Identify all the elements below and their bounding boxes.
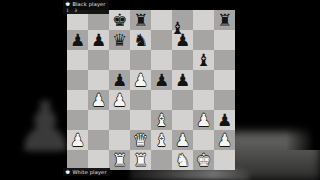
- top-player-name: Black player: [72, 1, 105, 7]
- square-b4: ♟: [88, 90, 109, 110]
- bottom-player-piece-icon: ♚: [65, 169, 70, 175]
- square-b7: ♟: [88, 30, 109, 50]
- square-e4: [151, 90, 172, 110]
- square-g5: [193, 70, 214, 90]
- square-f2: ♟: [172, 130, 193, 150]
- video-thumbnail: ♟ ♚♜♜♟♟♛♞♟♝♟♟♟♟♟♟♝♟♟♟♛♝♟♟♜♜♞♚♝ ♚ Black p…: [0, 0, 320, 180]
- white-bishop: ♝: [151, 130, 172, 150]
- square-f3: [172, 110, 193, 130]
- square-h1: [214, 150, 235, 170]
- black-queen: ♛: [109, 30, 130, 50]
- square-b6: [88, 50, 109, 70]
- square-b5: [88, 70, 109, 90]
- square-c1: ♜: [109, 150, 130, 170]
- black-pawn: ♟: [109, 70, 130, 90]
- top-player-badges: 1 3: [65, 8, 106, 13]
- square-h8: ♜: [214, 10, 235, 30]
- square-c7: ♛: [109, 30, 130, 50]
- bottom-player-plate: ♚ White player: [63, 168, 110, 176]
- white-pawn: ♟: [193, 110, 214, 130]
- square-g7: [193, 30, 214, 50]
- square-h3: ♟: [214, 110, 235, 130]
- top-player-piece-icon: ♚: [65, 1, 70, 7]
- square-e1: [151, 150, 172, 170]
- background-right-shadow: [286, 0, 320, 150]
- square-a1: [67, 150, 88, 170]
- square-h4: [214, 90, 235, 110]
- square-h7: [214, 30, 235, 50]
- square-a3: [67, 110, 88, 130]
- square-c3: [109, 110, 130, 130]
- white-rook: ♜: [130, 150, 151, 170]
- black-pawn: ♟: [151, 70, 172, 90]
- white-pawn: ♟: [214, 130, 235, 150]
- square-g8: [193, 10, 214, 30]
- black-pawn: ♟: [214, 110, 235, 130]
- white-rook: ♜: [109, 150, 130, 170]
- square-b3: [88, 110, 109, 130]
- square-e3: ♝: [151, 110, 172, 130]
- square-f4: [172, 90, 193, 110]
- square-g6: ♝: [193, 50, 214, 70]
- black-pawn: ♟: [67, 30, 88, 50]
- square-a4: [67, 90, 88, 110]
- square-b2: [88, 130, 109, 150]
- square-e5: ♟: [151, 70, 172, 90]
- square-c6: [109, 50, 130, 70]
- chess-board: ♚♜♜♟♟♛♞♟♝♟♟♟♟♟♟♝♟♟♟♛♝♟♟♜♜♞♚♝: [67, 10, 235, 170]
- top-player-plate: ♚ Black player 1 3: [63, 0, 109, 14]
- white-pawn: ♟: [109, 90, 130, 110]
- square-g2: [193, 130, 214, 150]
- square-c2: [109, 130, 130, 150]
- square-g1: ♚: [193, 150, 214, 170]
- square-d1: ♜: [130, 150, 151, 170]
- white-knight: ♞: [172, 150, 193, 170]
- square-h5: [214, 70, 235, 90]
- black-pawn: ♟: [88, 30, 109, 50]
- square-b1: [88, 150, 109, 170]
- square-a2: ♟: [67, 130, 88, 150]
- square-c5: ♟: [109, 70, 130, 90]
- square-h6: [214, 50, 235, 70]
- white-pawn: ♟: [67, 130, 88, 150]
- square-g4: [193, 90, 214, 110]
- white-pawn: ♟: [88, 90, 109, 110]
- black-rook: ♜: [130, 10, 151, 30]
- square-g3: ♟: [193, 110, 214, 130]
- white-pawn: ♟: [172, 130, 193, 150]
- square-a7: ♟: [67, 30, 88, 50]
- square-d7: ♞: [130, 30, 151, 50]
- square-d8: ♜: [130, 10, 151, 30]
- square-d2: ♛: [130, 130, 151, 150]
- black-king: ♚: [109, 10, 130, 30]
- square-f1: ♞: [172, 150, 193, 170]
- square-a6: [67, 50, 88, 70]
- square-c8: ♚: [109, 10, 130, 30]
- white-pawn: ♟: [130, 70, 151, 90]
- bottom-player-name: White player: [72, 169, 106, 175]
- white-bishop: ♝: [151, 110, 172, 130]
- black-pawn: ♟: [172, 70, 193, 90]
- square-d3: [130, 110, 151, 130]
- white-queen: ♛: [130, 130, 151, 150]
- white-king: ♚: [193, 150, 214, 170]
- black-knight: ♞: [130, 30, 151, 50]
- black-bishop: ♝: [193, 50, 214, 70]
- black-rook: ♜: [214, 10, 235, 30]
- square-a5: [67, 70, 88, 90]
- square-d5: ♟: [130, 70, 151, 90]
- square-d6: [130, 50, 151, 70]
- square-e6: [151, 50, 172, 70]
- square-h2: ♟: [214, 130, 235, 150]
- square-d4: [130, 90, 151, 110]
- square-f5: ♟: [172, 70, 193, 90]
- square-e2: ♝: [151, 130, 172, 150]
- moving-black-bishop: ♝: [167, 18, 188, 38]
- square-c4: ♟: [109, 90, 130, 110]
- square-f6: [172, 50, 193, 70]
